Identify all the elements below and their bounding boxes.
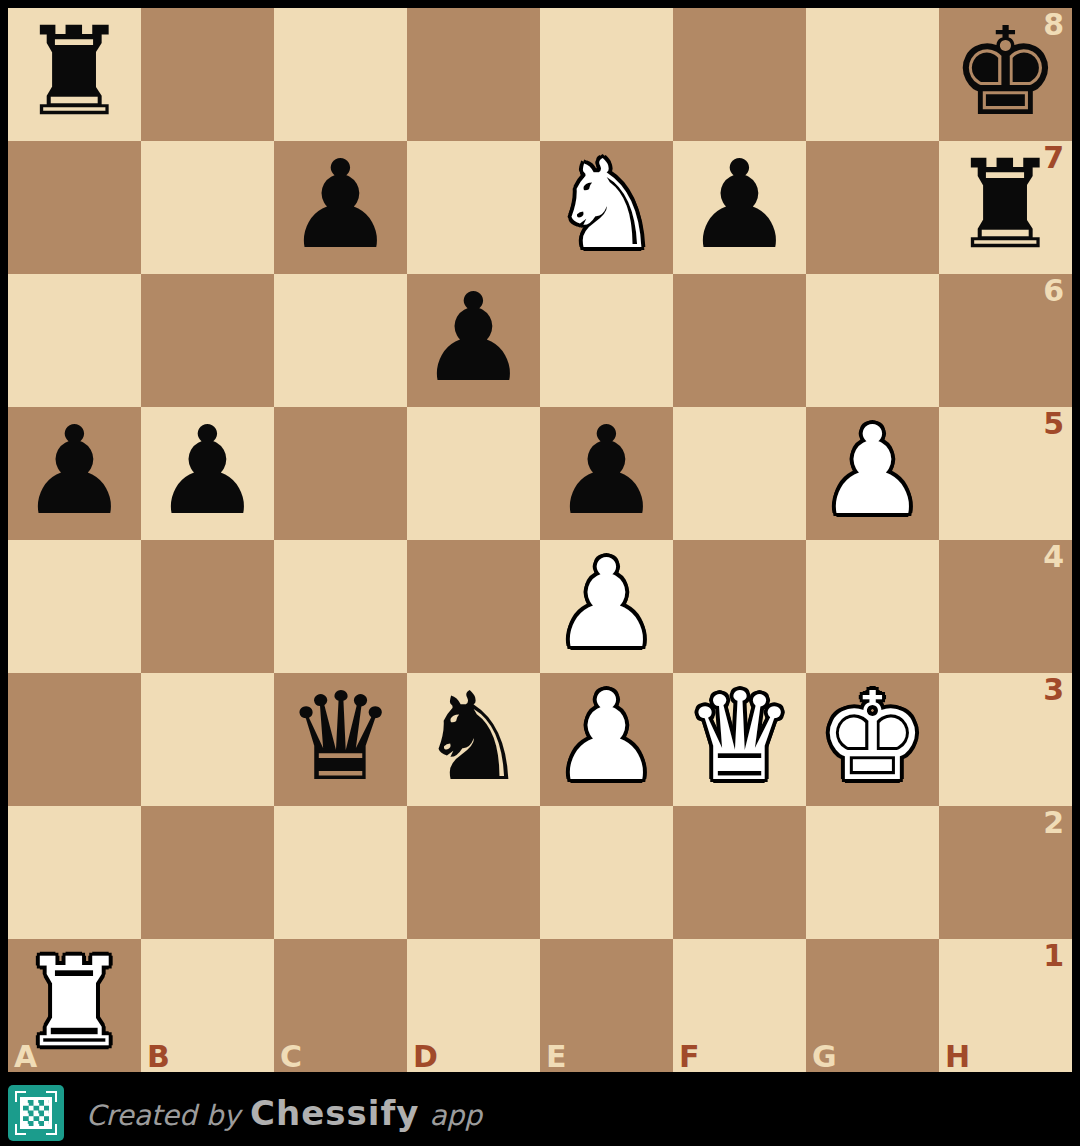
square-f8 — [673, 8, 806, 141]
file-label-c: C — [280, 1042, 302, 1072]
square-e7: ♞ — [540, 141, 673, 274]
square-e4: ♟ — [540, 540, 673, 673]
square-h4: 4 — [939, 540, 1072, 673]
square-b3 — [141, 673, 274, 806]
square-d5 — [407, 407, 540, 540]
square-c3: ♛ — [274, 673, 407, 806]
chessify-logo-icon — [8, 1085, 64, 1141]
rank-label-3: 3 — [1043, 675, 1064, 705]
square-d2 — [407, 806, 540, 939]
piece-black-pawn: ♟ — [419, 277, 528, 399]
square-c7: ♟ — [274, 141, 407, 274]
piece-black-pawn: ♟ — [552, 410, 661, 532]
square-d3: ♞ — [407, 673, 540, 806]
rank-label-8: 8 — [1043, 10, 1064, 40]
piece-black-pawn: ♟ — [286, 144, 395, 266]
square-b7 — [141, 141, 274, 274]
square-b2 — [141, 806, 274, 939]
piece-white-knight: ♞ — [552, 144, 661, 266]
square-g5: ♟ — [806, 407, 939, 540]
square-f4 — [673, 540, 806, 673]
square-c4 — [274, 540, 407, 673]
square-d6: ♟ — [407, 274, 540, 407]
square-g3: ♚ — [806, 673, 939, 806]
piece-black-queen: ♛ — [286, 676, 395, 798]
square-e8 — [540, 8, 673, 141]
square-f2 — [673, 806, 806, 939]
square-d8 — [407, 8, 540, 141]
piece-white-queen: ♛ — [685, 676, 794, 798]
square-a4 — [8, 540, 141, 673]
file-label-f: F — [679, 1042, 700, 1072]
square-c2 — [274, 806, 407, 939]
square-c6 — [274, 274, 407, 407]
square-h1: 1H — [939, 939, 1072, 1072]
square-e1: E — [540, 939, 673, 1072]
square-f3: ♛ — [673, 673, 806, 806]
file-label-b: B — [147, 1042, 170, 1072]
piece-white-king: ♚ — [818, 676, 927, 798]
file-label-d: D — [413, 1042, 438, 1072]
footer-credit: Created by Chessify app — [86, 1093, 482, 1133]
square-h5: 5 — [939, 407, 1072, 540]
square-g1: G — [806, 939, 939, 1072]
square-f6 — [673, 274, 806, 407]
piece-black-rook: ♜ — [20, 11, 129, 133]
square-a5: ♟ — [8, 407, 141, 540]
square-a7 — [8, 141, 141, 274]
square-f7: ♟ — [673, 141, 806, 274]
board-grid: ♜♚8♟♞♟♜7♟6♟♟♟♟5♟4♛♞♟♛♚32♜ABCDEFG1H — [8, 8, 1072, 1072]
brand-name: Chessify — [250, 1093, 419, 1133]
credit-prefix: Created by — [86, 1099, 240, 1132]
piece-black-pawn: ♟ — [20, 410, 129, 532]
square-b8 — [141, 8, 274, 141]
square-b1: B — [141, 939, 274, 1072]
square-g4 — [806, 540, 939, 673]
piece-white-pawn: ♟ — [552, 543, 661, 665]
piece-white-pawn: ♟ — [552, 676, 661, 798]
square-e6 — [540, 274, 673, 407]
file-label-g: G — [812, 1042, 837, 1072]
rank-label-1: 1 — [1043, 941, 1064, 971]
piece-black-knight: ♞ — [419, 676, 528, 798]
rank-label-4: 4 — [1043, 542, 1064, 572]
square-g6 — [806, 274, 939, 407]
square-d4 — [407, 540, 540, 673]
footer: Created by Chessify app — [0, 1080, 1080, 1146]
square-a8: ♜ — [8, 8, 141, 141]
square-e5: ♟ — [540, 407, 673, 540]
square-h7: ♜7 — [939, 141, 1072, 274]
square-b5: ♟ — [141, 407, 274, 540]
file-label-e: E — [546, 1042, 567, 1072]
square-h2: 2 — [939, 806, 1072, 939]
square-g8 — [806, 8, 939, 141]
logo-checkerboard — [20, 1097, 52, 1129]
square-h6: 6 — [939, 274, 1072, 407]
piece-black-pawn: ♟ — [685, 144, 794, 266]
rank-label-7: 7 — [1043, 143, 1064, 173]
square-h8: ♚8 — [939, 8, 1072, 141]
rank-label-2: 2 — [1043, 808, 1064, 838]
square-b4 — [141, 540, 274, 673]
square-f1: F — [673, 939, 806, 1072]
square-g2 — [806, 806, 939, 939]
square-f5 — [673, 407, 806, 540]
square-b6 — [141, 274, 274, 407]
square-g7 — [806, 141, 939, 274]
file-label-a: A — [14, 1042, 37, 1072]
credit-suffix: app — [429, 1099, 482, 1132]
file-label-h: H — [945, 1042, 970, 1072]
square-c5 — [274, 407, 407, 540]
square-a2 — [8, 806, 141, 939]
chess-board: ♜♚8♟♞♟♜7♟6♟♟♟♟5♟4♛♞♟♛♚32♜ABCDEFG1H — [0, 0, 1080, 1080]
square-e3: ♟ — [540, 673, 673, 806]
piece-white-pawn: ♟ — [818, 410, 927, 532]
rank-label-5: 5 — [1043, 409, 1064, 439]
square-h3: 3 — [939, 673, 1072, 806]
rank-label-6: 6 — [1043, 276, 1064, 306]
piece-black-pawn: ♟ — [153, 410, 262, 532]
square-c8 — [274, 8, 407, 141]
square-a6 — [8, 274, 141, 407]
square-d7 — [407, 141, 540, 274]
square-a1: ♜A — [8, 939, 141, 1072]
square-a3 — [8, 673, 141, 806]
square-e2 — [540, 806, 673, 939]
square-c1: C — [274, 939, 407, 1072]
square-d1: D — [407, 939, 540, 1072]
